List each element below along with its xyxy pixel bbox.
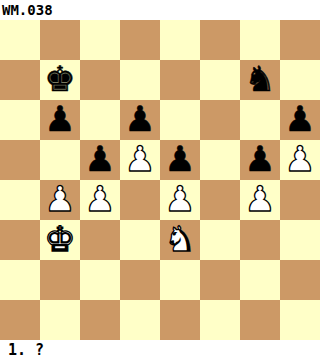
square-e5[interactable]: ♟ (160, 140, 200, 180)
square-d7[interactable] (120, 60, 160, 100)
square-g6[interactable] (240, 100, 280, 140)
square-d2[interactable] (120, 260, 160, 300)
piece-white-knight[interactable]: ♞ (164, 220, 195, 259)
square-b3[interactable]: ♚ (40, 220, 80, 260)
square-g8[interactable] (240, 20, 280, 60)
square-b6[interactable]: ♟ (40, 100, 80, 140)
piece-white-pawn[interactable]: ♟ (244, 180, 275, 219)
square-a8[interactable] (0, 20, 40, 60)
square-d3[interactable] (120, 220, 160, 260)
piece-white-pawn[interactable]: ♟ (164, 180, 195, 219)
square-h4[interactable] (280, 180, 320, 220)
square-f2[interactable] (200, 260, 240, 300)
square-a5[interactable] (0, 140, 40, 180)
square-d6[interactable]: ♟ (120, 100, 160, 140)
square-h7[interactable] (280, 60, 320, 100)
square-c7[interactable] (80, 60, 120, 100)
square-h3[interactable] (280, 220, 320, 260)
square-a2[interactable] (0, 260, 40, 300)
square-e6[interactable] (160, 100, 200, 140)
square-c4[interactable]: ♟ (80, 180, 120, 220)
square-f4[interactable] (200, 180, 240, 220)
square-c2[interactable] (80, 260, 120, 300)
piece-black-pawn[interactable]: ♟ (164, 140, 195, 179)
piece-black-pawn[interactable]: ♟ (284, 100, 315, 139)
square-a1[interactable] (0, 300, 40, 340)
square-b5[interactable] (40, 140, 80, 180)
square-b8[interactable] (40, 20, 80, 60)
piece-white-pawn[interactable]: ♟ (284, 140, 315, 179)
square-a6[interactable] (0, 100, 40, 140)
square-a3[interactable] (0, 220, 40, 260)
square-f1[interactable] (200, 300, 240, 340)
square-b1[interactable] (40, 300, 80, 340)
square-f3[interactable] (200, 220, 240, 260)
piece-black-pawn[interactable]: ♟ (244, 140, 275, 179)
square-e8[interactable] (160, 20, 200, 60)
square-f5[interactable] (200, 140, 240, 180)
piece-black-knight[interactable]: ♞ (244, 60, 275, 99)
square-h1[interactable] (280, 300, 320, 340)
square-c6[interactable] (80, 100, 120, 140)
square-f7[interactable] (200, 60, 240, 100)
square-d4[interactable] (120, 180, 160, 220)
square-b4[interactable]: ♟ (40, 180, 80, 220)
square-e1[interactable] (160, 300, 200, 340)
square-e4[interactable]: ♟ (160, 180, 200, 220)
square-e7[interactable] (160, 60, 200, 100)
square-c1[interactable] (80, 300, 120, 340)
square-a7[interactable] (0, 60, 40, 100)
square-c3[interactable] (80, 220, 120, 260)
piece-black-pawn[interactable]: ♟ (44, 100, 75, 139)
square-d8[interactable] (120, 20, 160, 60)
chess-board: ♚♞♟♟♟♟♟♟♟♟♟♟♟♟♚♞ (0, 20, 320, 340)
footer-bar: 1. ? (0, 340, 320, 360)
square-b2[interactable] (40, 260, 80, 300)
square-h8[interactable] (280, 20, 320, 60)
square-f8[interactable] (200, 20, 240, 60)
square-g5[interactable]: ♟ (240, 140, 280, 180)
piece-black-pawn[interactable]: ♟ (124, 100, 155, 139)
piece-white-king[interactable]: ♚ (44, 220, 75, 259)
square-g1[interactable] (240, 300, 280, 340)
title-bar: WM.038 (0, 0, 320, 20)
square-f6[interactable] (200, 100, 240, 140)
square-h2[interactable] (280, 260, 320, 300)
move-prompt: 1. ? (0, 340, 44, 360)
square-h6[interactable]: ♟ (280, 100, 320, 140)
square-h5[interactable]: ♟ (280, 140, 320, 180)
square-e2[interactable] (160, 260, 200, 300)
piece-black-king[interactable]: ♚ (44, 60, 75, 99)
square-g4[interactable]: ♟ (240, 180, 280, 220)
piece-white-pawn[interactable]: ♟ (44, 180, 75, 219)
square-c5[interactable]: ♟ (80, 140, 120, 180)
piece-white-pawn[interactable]: ♟ (124, 140, 155, 179)
piece-white-pawn[interactable]: ♟ (84, 180, 115, 219)
puzzle-title: WM.038 (0, 0, 53, 20)
piece-black-pawn[interactable]: ♟ (84, 140, 115, 179)
square-g2[interactable] (240, 260, 280, 300)
square-d5[interactable]: ♟ (120, 140, 160, 180)
square-b7[interactable]: ♚ (40, 60, 80, 100)
square-c8[interactable] (80, 20, 120, 60)
square-e3[interactable]: ♞ (160, 220, 200, 260)
square-g7[interactable]: ♞ (240, 60, 280, 100)
square-a4[interactable] (0, 180, 40, 220)
square-d1[interactable] (120, 300, 160, 340)
square-g3[interactable] (240, 220, 280, 260)
